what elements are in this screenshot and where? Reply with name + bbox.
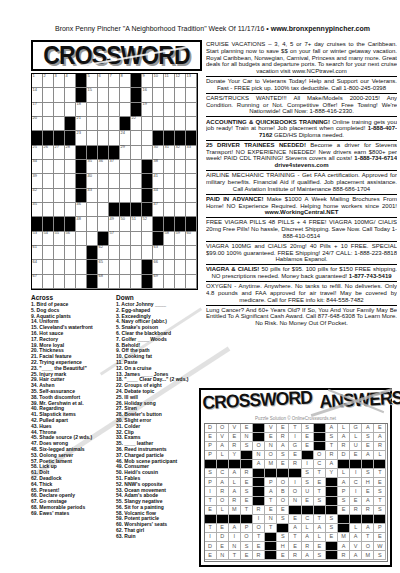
solution-credit: Puzzle Solution © OnlineCrosswords.net	[203, 416, 388, 421]
black-cell	[338, 515, 350, 524]
clue-item: 69. Ewes' mates	[31, 511, 116, 517]
grid-cell: E	[338, 506, 350, 515]
grid-cell	[175, 246, 186, 260]
grid-cell	[131, 275, 142, 289]
grid-cell: E	[241, 551, 253, 560]
classified-ad: CRUISE VACATIONS – 3, 4, 5 or 7+ day cru…	[206, 40, 397, 77]
grid-cell: 19	[142, 103, 153, 117]
black-cell	[326, 506, 338, 515]
grid-cell	[131, 260, 142, 274]
grid-cell: T	[241, 506, 253, 515]
grid-cell	[120, 275, 131, 289]
grid-cell	[142, 146, 153, 160]
black-cell	[142, 275, 153, 289]
cell-number: 62	[99, 245, 103, 249]
grid-cell: E	[241, 478, 253, 487]
grid-cell: H	[277, 542, 289, 551]
grid-cell: O	[217, 497, 229, 506]
black-cell	[205, 460, 217, 469]
cell-number: 50	[121, 217, 125, 221]
cell-number: 54	[44, 231, 48, 235]
black-cell	[326, 542, 338, 551]
grid-cell	[142, 232, 153, 246]
grid-cell: E	[350, 451, 362, 460]
cell-number: 36	[99, 159, 103, 163]
cell-number: 60	[187, 231, 191, 235]
across-heading: Across	[31, 294, 116, 301]
cell-number: 31	[165, 145, 169, 149]
grid-cell: E	[205, 551, 217, 560]
grid-cell: D	[217, 533, 229, 542]
cell-number: 11	[165, 74, 169, 78]
grid-cell: E	[374, 424, 386, 433]
black-cell	[338, 460, 350, 469]
grid-cell	[186, 88, 197, 102]
grid-cell: A	[338, 478, 350, 487]
grid-cell: G	[350, 424, 362, 433]
grid-cell	[175, 117, 186, 131]
grid-cell: N	[265, 442, 277, 451]
ad-body-text: CRUISE VACATIONS – 3, 4, 5 or 7+ day cru…	[206, 41, 397, 74]
black-cell	[229, 515, 241, 524]
grid-cell	[54, 160, 65, 174]
classified-ad: FREE VIAGRA PILLS 48 PILLS + 4 FREE! VIA…	[206, 218, 397, 242]
grid-cell	[120, 103, 131, 117]
answers-title-crossword: CROSSWORD	[202, 386, 313, 414]
cell-number: 14	[33, 88, 37, 92]
grid-cell	[120, 160, 131, 174]
grid-cell	[65, 275, 76, 289]
grid-cell	[43, 246, 54, 260]
grid-cell	[65, 103, 76, 117]
grid-cell	[54, 260, 65, 274]
grid-cell	[43, 174, 54, 188]
grid-cell: T	[314, 469, 326, 478]
black-cell	[142, 260, 153, 274]
grid-cell	[98, 117, 109, 131]
across-list: 1. Bird of peace5. Dog docs9. Aquatic pl…	[31, 302, 116, 516]
grid-cell: 67	[32, 275, 43, 289]
cell-number: 32	[176, 145, 180, 149]
grid-cell	[109, 131, 120, 145]
grid-cell: E	[350, 497, 362, 506]
cell-number: 19	[143, 102, 147, 106]
grid-cell	[98, 88, 109, 102]
grid-cell	[65, 246, 76, 260]
grid-cell: M	[265, 460, 277, 469]
grid-cell: S	[302, 478, 314, 487]
cell-number: 41	[154, 174, 158, 178]
grid-cell: P	[241, 524, 253, 533]
grid-cell: E	[374, 478, 386, 487]
classified-ad: VIAGRA & CIALIS! 50 pills for $95. 100 p…	[206, 265, 397, 282]
grid-cell: A	[302, 551, 314, 560]
grid-cell: S	[338, 497, 350, 506]
grid-cell: S	[277, 533, 289, 542]
cell-number: 6	[99, 74, 101, 78]
grid-cell: L	[338, 469, 350, 478]
grid-cell: S	[362, 469, 374, 478]
grid-cell: O	[253, 524, 265, 533]
grid-cell	[164, 160, 175, 174]
grid-cell: L	[350, 433, 362, 442]
grid-cell: I	[350, 469, 362, 478]
grid-cell	[109, 275, 120, 289]
black-cell	[302, 506, 314, 515]
cell-number: 37	[110, 159, 114, 163]
grid-cell: A	[338, 433, 350, 442]
grid-cell: S	[374, 551, 386, 560]
grid-cell: E	[277, 460, 289, 469]
grid-cell	[65, 260, 76, 274]
ad-body-text: AIRLINE MECHANIC TRAINING - Get FAA cert…	[206, 172, 397, 191]
grid-cell: 8	[120, 74, 131, 88]
across-clues: Across 1. Bird of peace5. Dog docs9. Aqu…	[31, 294, 116, 540]
cell-number: 56	[66, 231, 70, 235]
cell-number: 12	[176, 74, 180, 78]
grid-cell	[76, 275, 87, 289]
grid-cell: P	[205, 442, 217, 451]
grid-cell: L	[338, 424, 350, 433]
grid-cell	[54, 189, 65, 203]
black-cell	[362, 515, 374, 524]
grid-cell: I	[289, 478, 301, 487]
black-cell	[87, 260, 98, 274]
cell-number: 52	[143, 217, 147, 221]
grid-cell: E	[277, 424, 289, 433]
grid-cell	[175, 189, 186, 203]
grid-cell	[98, 103, 109, 117]
grid-cell: 2	[43, 74, 54, 88]
grid-cell: A	[229, 469, 241, 478]
grid-cell: R	[253, 506, 265, 515]
grid-cell	[120, 174, 131, 188]
cell-number: 38	[154, 159, 158, 163]
grid-cell	[186, 189, 197, 203]
cell-number: 64	[33, 260, 37, 264]
grid-cell	[98, 217, 109, 231]
grid-cell: S	[302, 424, 314, 433]
grid-cell: R	[253, 551, 265, 560]
grid-cell	[120, 260, 131, 274]
grid-cell: T	[374, 497, 386, 506]
black-cell	[350, 460, 362, 469]
grid-cell: T	[314, 515, 326, 524]
black-cell	[314, 442, 326, 451]
grid-cell: M	[338, 533, 350, 542]
cell-number: 22	[132, 116, 136, 120]
black-cell	[374, 460, 386, 469]
grid-cell	[164, 246, 175, 260]
grid-cell	[54, 88, 65, 102]
classified-ad: AIRLINE MECHANIC TRAINING - Get FAA cert…	[206, 171, 397, 195]
grid-cell: R	[374, 442, 386, 451]
grid-cell: A	[265, 487, 277, 496]
grid-cell: 12	[175, 74, 186, 88]
black-cell	[302, 451, 314, 460]
ad-body-text: FREE VIAGRA PILLS 48 PILLS + 4 FREE! VIA…	[206, 219, 397, 238]
black-cell	[217, 460, 229, 469]
grid-cell: H	[362, 478, 374, 487]
grid-cell	[109, 174, 120, 188]
grid-cell	[109, 189, 120, 203]
cell-number: 17	[33, 102, 37, 106]
cell-number: 26	[44, 145, 48, 149]
grid-cell: 37	[109, 160, 120, 174]
grid-cell: R	[326, 451, 338, 460]
grid-cell: 26	[43, 146, 54, 160]
grid-cell: A	[289, 524, 301, 533]
grid-cell	[175, 88, 186, 102]
grid-cell	[120, 232, 131, 246]
grid-cell: N	[229, 542, 241, 551]
grid-cell	[109, 103, 120, 117]
down-list: 1. Actor Johnny ____2. Egg-shaped3. Exce…	[116, 302, 202, 540]
classified-ad: ACCOUNTING & QUICKBOOKS TRAINING! Online…	[206, 117, 397, 141]
grid-cell: S	[302, 469, 314, 478]
black-cell	[142, 160, 153, 174]
grid-cell: S	[241, 542, 253, 551]
cell-number: 33	[187, 145, 191, 149]
grid-cell	[98, 189, 109, 203]
grid-cell: A	[362, 497, 374, 506]
cell-number: 51	[132, 217, 136, 221]
grid-cell: 13	[186, 74, 197, 88]
grid-cell: L	[229, 478, 241, 487]
cell-number: 5	[88, 74, 90, 78]
cell-number: 43	[88, 188, 92, 192]
grid-cell: T	[265, 497, 277, 506]
black-cell	[76, 160, 87, 174]
grid-cell: T	[253, 533, 265, 542]
grid-cell: 59	[175, 232, 186, 246]
black-cell	[131, 74, 142, 88]
black-cell	[253, 487, 265, 496]
black-cell	[253, 469, 265, 478]
grid-cell	[164, 117, 175, 131]
grid-cell	[175, 260, 186, 274]
grid-cell: A	[253, 460, 265, 469]
black-cell	[265, 469, 277, 478]
grid-cell	[153, 88, 164, 102]
grid-cell	[131, 246, 142, 260]
grid-cell: V	[265, 424, 277, 433]
grid-cell: R	[362, 506, 374, 515]
grid-cell: T	[362, 533, 374, 542]
grid-cell: R	[229, 442, 241, 451]
grid-cell: 33	[186, 146, 197, 160]
grid-cell: S	[326, 515, 338, 524]
black-cell	[265, 533, 277, 542]
classified-ad: VIAGRA 100MG and CIALIS 20mg! 40 Pills +…	[206, 242, 397, 266]
cell-number: 53	[33, 231, 37, 235]
grid-cell	[87, 131, 98, 145]
ad-lead-text: PAID IN ADVANCE!	[206, 196, 267, 202]
black-cell	[265, 551, 277, 560]
ad-body-text: OXYGEN - Anytime. Anywhere. No tanks to …	[206, 283, 397, 302]
grid-cell	[109, 88, 120, 102]
grid-cell: 29	[120, 146, 131, 160]
cell-number: 27	[55, 145, 59, 149]
grid-cell: E	[302, 433, 314, 442]
grid-cell: I	[253, 515, 265, 524]
grid-cell: E	[289, 515, 301, 524]
grid-cell	[186, 117, 197, 131]
grid-cell	[87, 117, 98, 131]
grid-cell: 50	[120, 217, 131, 231]
grid-cell: T	[265, 524, 277, 533]
grid-cell: R	[289, 551, 301, 560]
grid-cell	[65, 88, 76, 102]
grid-cell	[98, 131, 109, 145]
grid-cell	[142, 131, 153, 145]
grid-cell: B	[277, 487, 289, 496]
grid-cell: E	[362, 442, 374, 451]
ad-lead-text: www.WorkingCentral.NET	[265, 209, 339, 215]
grid-cell: 57	[109, 232, 120, 246]
grid-cell: P	[205, 451, 217, 460]
grid-cell: A	[314, 524, 326, 533]
grid-cell	[43, 88, 54, 102]
crossword-grid: 1234567891011121314151617181920212223242…	[31, 73, 198, 290]
black-cell	[76, 146, 87, 160]
cell-number: 29	[121, 145, 125, 149]
grid-cell	[43, 160, 54, 174]
cell-number: 21	[77, 116, 81, 120]
grid-cell	[65, 174, 76, 188]
grid-cell	[186, 103, 197, 117]
crossword-title: CROSSWORD	[43, 43, 189, 68]
cell-number: 9	[143, 74, 145, 78]
black-cell	[241, 451, 253, 460]
page-header-text: Bronx Penny Pincher "A Neighborhood Trad…	[55, 25, 271, 32]
grid-cell: A	[374, 433, 386, 442]
grid-cell: M	[229, 506, 241, 515]
cell-number: 59	[176, 231, 180, 235]
classified-ad: Lung Cancer? And 60+ Years Old? If So, Y…	[206, 306, 397, 329]
grid-cell: 58	[164, 232, 175, 246]
black-cell	[338, 524, 350, 533]
grid-cell: M	[362, 551, 374, 560]
cell-number: 8	[121, 74, 123, 78]
cell-number: 44	[154, 188, 158, 192]
grid-cell: U	[302, 487, 314, 496]
grid-cell: 55	[54, 232, 65, 246]
grid-cell	[120, 88, 131, 102]
grid-cell: 28	[65, 146, 76, 160]
grid-cell: O	[314, 451, 326, 460]
grid-cell: N	[253, 451, 265, 460]
grid-cell: A	[229, 487, 241, 496]
ad-body-text: Lung Cancer? And 60+ Years Old? If So, Y…	[206, 307, 397, 326]
grid-cell: E	[362, 487, 374, 496]
black-cell	[76, 174, 87, 188]
grid-cell	[120, 246, 131, 260]
grid-cell: R	[277, 433, 289, 442]
grid-cell: R	[289, 460, 301, 469]
cell-number: 55	[55, 231, 59, 235]
grid-cell: E	[302, 442, 314, 451]
grid-cell	[186, 260, 197, 274]
grid-cell	[54, 117, 65, 131]
grid-cell: T	[229, 551, 241, 560]
cell-number: 30	[154, 145, 158, 149]
grid-cell: N	[241, 433, 253, 442]
grid-cell: S	[277, 515, 289, 524]
black-cell	[253, 497, 265, 506]
grid-cell: D	[205, 542, 217, 551]
grid-cell: E	[253, 542, 265, 551]
black-cell	[253, 478, 265, 487]
grid-cell: S	[241, 487, 253, 496]
cell-number: 68	[99, 274, 103, 278]
grid-cell	[65, 160, 76, 174]
grid-cell: T	[289, 424, 301, 433]
cell-number: 47	[154, 202, 158, 206]
grid-cell: 6	[98, 74, 109, 88]
grid-cell	[186, 174, 197, 188]
grid-cell	[87, 203, 98, 217]
grid-cell: L	[302, 524, 314, 533]
grid-cell: S	[326, 433, 338, 442]
grid-cell: 48	[76, 217, 87, 231]
grid-cell: E	[289, 451, 301, 460]
grid-cell: L	[217, 506, 229, 515]
classified-ads-column: CRUISE VACATIONS – 3, 4, 5 or 7+ day cru…	[206, 40, 397, 387]
ad-body-text: VIAGRA 100MG and CIALIS 20mg! 40 Pills +…	[206, 243, 397, 262]
grid-cell: N	[289, 497, 301, 506]
grid-cell: I	[205, 487, 217, 496]
black-cell	[142, 174, 153, 188]
grid-cell	[76, 260, 87, 274]
grid-cell: 54	[43, 232, 54, 246]
black-cell	[65, 117, 76, 131]
cell-number: 57	[110, 231, 114, 235]
grid-cell: O	[277, 478, 289, 487]
black-cell	[253, 424, 265, 433]
grid-cell: R	[217, 487, 229, 496]
grid-cell: S	[314, 497, 326, 506]
grid-cell: V	[217, 433, 229, 442]
cell-number: 3	[55, 74, 57, 78]
grid-cell	[164, 275, 175, 289]
grid-cell: 36	[98, 160, 109, 174]
grid-cell: A	[326, 424, 338, 433]
classified-ad: CARS/TRUCKS WANTED!!! All Make/Models 20…	[206, 94, 397, 118]
grid-cell: T	[314, 487, 326, 496]
grid-cell: D	[205, 424, 217, 433]
cell-number: 2	[44, 74, 46, 78]
cell-number: 18	[77, 102, 81, 106]
black-cell	[217, 515, 229, 524]
grid-cell: S	[205, 469, 217, 478]
grid-cell	[76, 246, 87, 260]
grid-cell	[175, 203, 186, 217]
cell-number: 49	[110, 217, 114, 221]
black-cell	[76, 74, 87, 88]
grid-cell: E	[302, 497, 314, 506]
grid-cell: I	[205, 533, 217, 542]
grid-cell	[43, 260, 54, 274]
grid-cell: S	[374, 506, 386, 515]
grid-cell	[164, 203, 175, 217]
ad-body-text: Donate Your Car to Veterans Today! Help …	[206, 78, 397, 91]
grid-cell: 45	[32, 203, 43, 217]
grid-cell: E	[217, 524, 229, 533]
grid-cell: I	[229, 533, 241, 542]
classified-ad: 25 DRIVER TRAINEES NEEDED! Become a driv…	[206, 141, 397, 171]
grid-cell: S	[326, 524, 338, 533]
